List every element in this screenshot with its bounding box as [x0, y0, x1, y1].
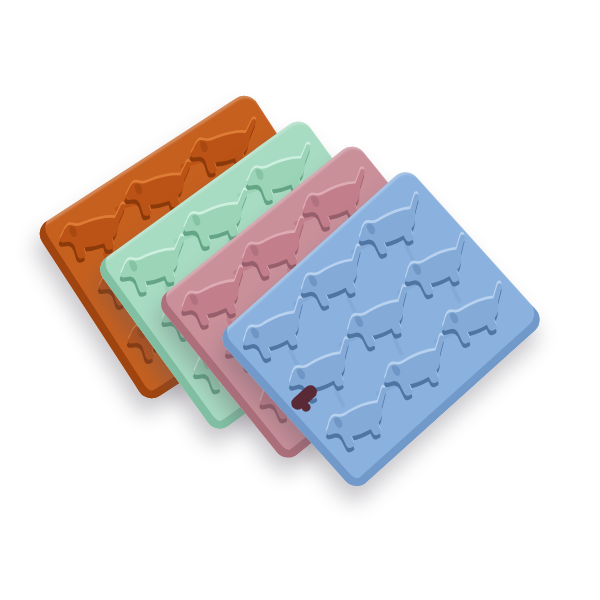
dachshund-cavity [316, 384, 404, 459]
runner-bar [334, 388, 346, 408]
runner-bar [404, 243, 416, 263]
runner-bar [346, 296, 358, 316]
runner-bar [450, 284, 462, 304]
runner-bar [392, 336, 404, 356]
dachshund-cavity [374, 332, 462, 407]
product-photo [0, 0, 600, 600]
runner-bar [288, 348, 300, 368]
dachshund-cavity [432, 280, 520, 355]
